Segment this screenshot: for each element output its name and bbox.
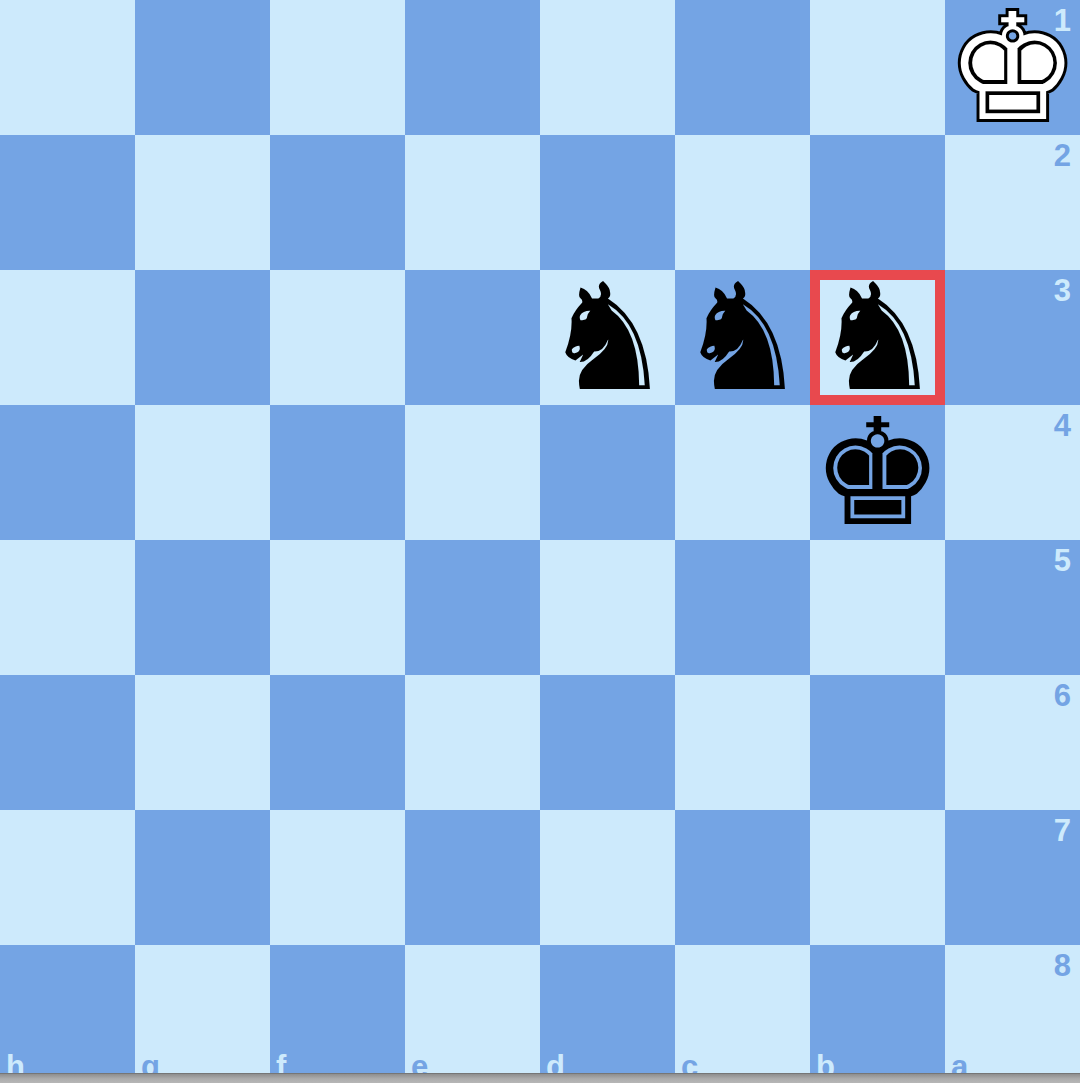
square-e2[interactable] xyxy=(405,135,540,270)
square-b2[interactable] xyxy=(810,135,945,270)
square-f8[interactable]: f xyxy=(270,945,405,1080)
square-a7[interactable]: 7 xyxy=(945,810,1080,945)
square-e6[interactable] xyxy=(405,675,540,810)
square-g3[interactable] xyxy=(135,270,270,405)
rank-label-8: 8 xyxy=(1054,948,1071,984)
square-e1[interactable] xyxy=(405,0,540,135)
square-b4[interactable]: ♚ xyxy=(810,405,945,540)
rank-label-5: 5 xyxy=(1054,543,1071,579)
square-h2[interactable] xyxy=(0,135,135,270)
square-b6[interactable] xyxy=(810,675,945,810)
square-g6[interactable] xyxy=(135,675,270,810)
square-d2[interactable] xyxy=(540,135,675,270)
square-c6[interactable] xyxy=(675,675,810,810)
square-h7[interactable] xyxy=(0,810,135,945)
square-d1[interactable] xyxy=(540,0,675,135)
piece-black-knight[interactable]: ♞ xyxy=(810,270,945,405)
square-d6[interactable] xyxy=(540,675,675,810)
square-g1[interactable] xyxy=(135,0,270,135)
square-c2[interactable] xyxy=(675,135,810,270)
square-g2[interactable] xyxy=(135,135,270,270)
square-e5[interactable] xyxy=(405,540,540,675)
square-f1[interactable] xyxy=(270,0,405,135)
piece-black-knight[interactable]: ♞ xyxy=(675,270,810,405)
square-h8[interactable]: h xyxy=(0,945,135,1080)
rank-label-3: 3 xyxy=(1054,273,1071,309)
chess-app-viewport: 1♚2♞♞♞3♚4567hgfedcba8 xyxy=(0,0,1080,1083)
square-g5[interactable] xyxy=(135,540,270,675)
square-c1[interactable] xyxy=(675,0,810,135)
square-d3[interactable]: ♞ xyxy=(540,270,675,405)
square-a3[interactable]: 3 xyxy=(945,270,1080,405)
square-a6[interactable]: 6 xyxy=(945,675,1080,810)
square-f7[interactable] xyxy=(270,810,405,945)
square-e7[interactable] xyxy=(405,810,540,945)
square-h5[interactable] xyxy=(0,540,135,675)
square-f4[interactable] xyxy=(270,405,405,540)
square-d5[interactable] xyxy=(540,540,675,675)
square-c5[interactable] xyxy=(675,540,810,675)
square-a5[interactable]: 5 xyxy=(945,540,1080,675)
square-a8[interactable]: a8 xyxy=(945,945,1080,1080)
square-c3[interactable]: ♞ xyxy=(675,270,810,405)
square-e3[interactable] xyxy=(405,270,540,405)
piece-black-king[interactable]: ♚ xyxy=(810,405,945,540)
square-g4[interactable] xyxy=(135,405,270,540)
rank-label-7: 7 xyxy=(1054,813,1071,849)
square-a4[interactable]: 4 xyxy=(945,405,1080,540)
square-g7[interactable] xyxy=(135,810,270,945)
square-b7[interactable] xyxy=(810,810,945,945)
square-c4[interactable] xyxy=(675,405,810,540)
rank-label-6: 6 xyxy=(1054,678,1071,714)
square-b5[interactable] xyxy=(810,540,945,675)
square-h6[interactable] xyxy=(0,675,135,810)
square-a1[interactable]: 1♚ xyxy=(945,0,1080,135)
square-e4[interactable] xyxy=(405,405,540,540)
square-d7[interactable] xyxy=(540,810,675,945)
square-f3[interactable] xyxy=(270,270,405,405)
square-h4[interactable] xyxy=(0,405,135,540)
chess-board: 1♚2♞♞♞3♚4567hgfedcba8 xyxy=(0,0,1080,1080)
square-g8[interactable]: g xyxy=(135,945,270,1080)
square-f2[interactable] xyxy=(270,135,405,270)
horizontal-scrollbar[interactable] xyxy=(0,1073,1080,1083)
square-d4[interactable] xyxy=(540,405,675,540)
piece-black-knight[interactable]: ♞ xyxy=(540,270,675,405)
square-b1[interactable] xyxy=(810,0,945,135)
square-f6[interactable] xyxy=(270,675,405,810)
square-e8[interactable]: e xyxy=(405,945,540,1080)
square-b8[interactable]: b xyxy=(810,945,945,1080)
square-d8[interactable]: d xyxy=(540,945,675,1080)
square-b3[interactable]: ♞ xyxy=(810,270,945,405)
square-c8[interactable]: c xyxy=(675,945,810,1080)
square-a2[interactable]: 2 xyxy=(945,135,1080,270)
square-c7[interactable] xyxy=(675,810,810,945)
square-f5[interactable] xyxy=(270,540,405,675)
square-h1[interactable] xyxy=(0,0,135,135)
square-h3[interactable] xyxy=(0,270,135,405)
piece-white-king[interactable]: ♚ xyxy=(945,0,1080,135)
rank-label-4: 4 xyxy=(1054,408,1071,444)
